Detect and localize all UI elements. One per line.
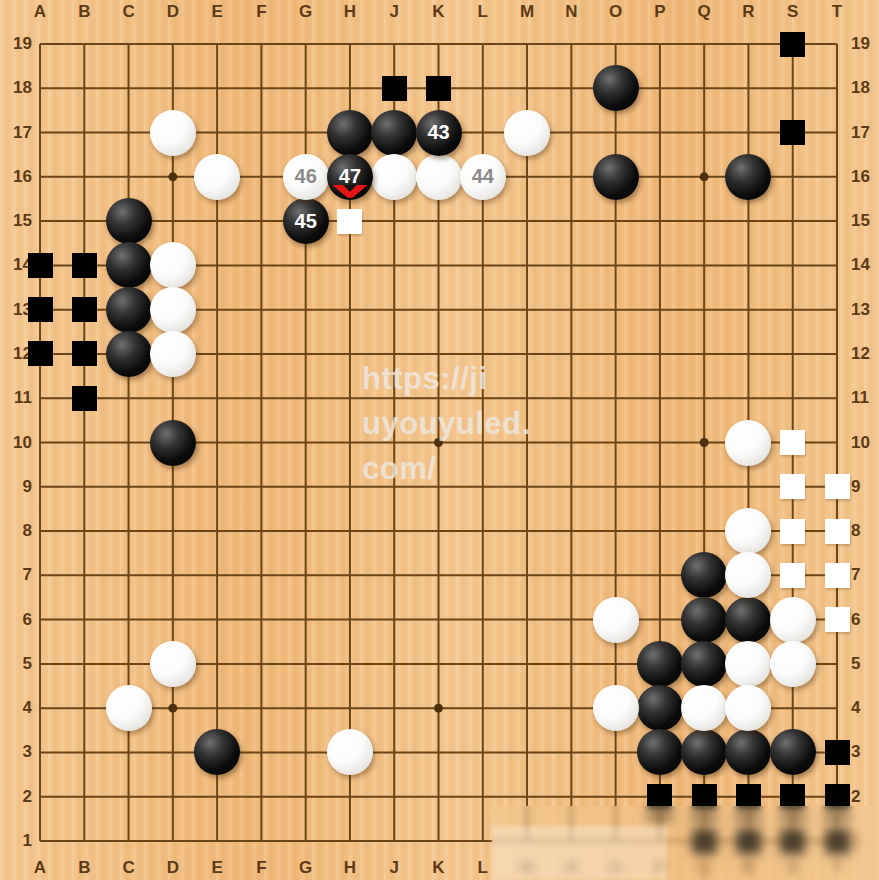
row-label-right: 10	[851, 434, 879, 452]
row-label-left: 18	[0, 79, 32, 97]
col-label-top: Q	[690, 3, 718, 21]
move-43-stone-K17: 43	[416, 110, 462, 156]
col-label-top: R	[734, 3, 762, 21]
white-square-mark-T7	[825, 563, 850, 588]
col-label-top: H	[336, 3, 364, 21]
black-stone-P3	[637, 729, 683, 775]
white-stone-R4	[725, 685, 771, 731]
white-stone-O4	[593, 685, 639, 731]
col-label-top: T	[823, 3, 851, 21]
col-label-top: F	[247, 3, 275, 21]
move-44-stone-L16: 44	[460, 154, 506, 200]
col-label-top: N	[557, 3, 585, 21]
row-label-right: 14	[851, 256, 879, 274]
col-label-top: L	[469, 3, 497, 21]
col-label-bottom: H	[336, 859, 364, 877]
row-label-left: 17	[0, 124, 32, 142]
white-stone-O6	[593, 597, 639, 643]
row-label-right: 16	[851, 168, 879, 186]
black-stone-Q5	[681, 641, 727, 687]
col-label-bottom: K	[425, 859, 453, 877]
row-label-left: 16	[0, 168, 32, 186]
col-label-top: K	[425, 3, 453, 21]
col-label-bottom: J	[380, 859, 408, 877]
col-label-bottom: B	[70, 859, 98, 877]
row-label-left: 15	[0, 212, 32, 230]
white-square-mark-T6	[825, 607, 850, 632]
white-stone-D17	[150, 110, 196, 156]
move-47-stone-H16: 47	[327, 154, 373, 200]
black-stone-E3	[194, 729, 240, 775]
black-stone-P4	[637, 685, 683, 731]
col-label-top: A	[26, 3, 54, 21]
black-square-mark-S19	[780, 32, 805, 57]
watermark-line: uyouyuled.	[362, 401, 531, 446]
col-label-top: M	[513, 3, 541, 21]
white-stone-R5	[725, 641, 771, 687]
row-label-right: 15	[851, 212, 879, 230]
row-label-right: 12	[851, 345, 879, 363]
black-stone-C13	[106, 287, 152, 333]
white-stone-D14	[150, 242, 196, 288]
black-stone-J17	[371, 110, 417, 156]
black-square-mark-B13	[72, 297, 97, 322]
move-number: 43	[427, 121, 449, 144]
black-stone-R3	[725, 729, 771, 775]
white-square-mark-H15	[337, 209, 362, 234]
black-square-mark-A13	[28, 297, 53, 322]
white-square-mark-S9	[780, 474, 805, 499]
black-square-mark-B14	[72, 253, 97, 278]
row-label-right: 19	[851, 35, 879, 53]
col-label-top: B	[70, 3, 98, 21]
move-45-stone-G15: 45	[283, 198, 329, 244]
row-label-right: 3	[851, 743, 879, 761]
white-stone-D13	[150, 287, 196, 333]
move-number: 45	[295, 210, 317, 233]
white-stone-M17	[504, 110, 550, 156]
white-stone-R10	[725, 420, 771, 466]
white-square-mark-S7	[780, 563, 805, 588]
black-stone-Q3	[681, 729, 727, 775]
row-label-right: 6	[851, 611, 879, 629]
white-square-mark-T9	[825, 474, 850, 499]
col-label-bottom: E	[203, 859, 231, 877]
white-stone-C4	[106, 685, 152, 731]
black-stone-R6	[725, 597, 771, 643]
go-board[interactable]: AABBCCDDEEFFGGHHJJKKLLMMNNOOPPQQRRSSTT19…	[0, 0, 879, 880]
row-label-right: 4	[851, 699, 879, 717]
col-label-top: D	[159, 3, 187, 21]
row-label-left: 10	[0, 434, 32, 452]
col-label-bottom: D	[159, 859, 187, 877]
black-stone-D10	[150, 420, 196, 466]
black-square-mark-S17	[780, 120, 805, 145]
move-number: 46	[295, 165, 317, 188]
black-square-mark-A12	[28, 341, 53, 366]
black-stone-S3	[770, 729, 816, 775]
white-stone-K16	[416, 154, 462, 200]
row-label-left: 2	[0, 788, 32, 806]
white-square-mark-S10	[780, 430, 805, 455]
white-stone-D12	[150, 331, 196, 377]
black-square-mark-B11	[72, 386, 97, 411]
row-label-left: 8	[0, 522, 32, 540]
col-label-top: G	[292, 3, 320, 21]
row-label-left: 1	[0, 832, 32, 850]
black-stone-H17	[327, 110, 373, 156]
white-stone-S6	[770, 597, 816, 643]
white-stone-R7	[725, 552, 771, 598]
white-square-mark-T8	[825, 519, 850, 544]
black-stone-C12	[106, 331, 152, 377]
black-square-mark-T3	[825, 740, 850, 765]
white-stone-H3	[327, 729, 373, 775]
row-label-right: 18	[851, 79, 879, 97]
watermark-line: https://ji	[362, 356, 531, 401]
white-stone-Q4	[681, 685, 727, 731]
row-label-left: 9	[0, 478, 32, 496]
watermark: https://ji uyouyuled. com/	[362, 356, 531, 491]
col-label-bottom: F	[247, 859, 275, 877]
row-label-right: 9	[851, 478, 879, 496]
row-label-right: 11	[851, 389, 879, 407]
col-label-top: E	[203, 3, 231, 21]
black-stone-Q7	[681, 552, 727, 598]
white-stone-E16	[194, 154, 240, 200]
col-label-bottom: G	[292, 859, 320, 877]
row-label-right: 17	[851, 124, 879, 142]
col-label-bottom: A	[26, 859, 54, 877]
white-stone-R8	[725, 508, 771, 554]
row-label-right: 5	[851, 655, 879, 673]
col-label-top: S	[779, 3, 807, 21]
col-label-top: P	[646, 3, 674, 21]
row-label-right: 8	[851, 522, 879, 540]
col-label-top: O	[602, 3, 630, 21]
white-stone-S5	[770, 641, 816, 687]
bottom-white-patch	[492, 826, 667, 880]
white-stone-J16	[371, 154, 417, 200]
black-stone-R16	[725, 154, 771, 200]
black-square-mark-B12	[72, 341, 97, 366]
col-label-top: C	[115, 3, 143, 21]
row-label-left: 19	[0, 35, 32, 53]
row-label-right: 13	[851, 301, 879, 319]
row-label-left: 4	[0, 699, 32, 717]
white-stone-D5	[150, 641, 196, 687]
move-46-stone-G16: 46	[283, 154, 329, 200]
watermark-line: com/	[362, 446, 531, 491]
black-square-mark-K18	[426, 76, 451, 101]
row-label-right: 2	[851, 788, 879, 806]
black-stone-P5	[637, 641, 683, 687]
row-label-left: 7	[0, 566, 32, 584]
row-label-left: 5	[0, 655, 32, 673]
row-label-left: 11	[0, 389, 32, 407]
black-stone-O18	[593, 65, 639, 111]
white-square-mark-S8	[780, 519, 805, 544]
row-label-left: 3	[0, 743, 32, 761]
black-stone-O16	[593, 154, 639, 200]
black-square-mark-J18	[382, 76, 407, 101]
black-stone-Q6	[681, 597, 727, 643]
move-number: 44	[472, 165, 494, 188]
col-label-bottom: C	[115, 859, 143, 877]
col-label-top: J	[380, 3, 408, 21]
black-stone-C15	[106, 198, 152, 244]
row-label-left: 6	[0, 611, 32, 629]
black-square-mark-A14	[28, 253, 53, 278]
row-label-right: 7	[851, 566, 879, 584]
black-stone-C14	[106, 242, 152, 288]
